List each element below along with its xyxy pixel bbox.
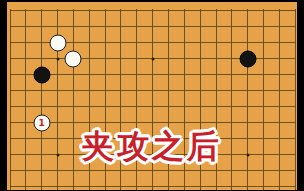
grid-line-vertical — [247, 9, 248, 191]
stone-white: 1 — [33, 114, 50, 131]
grid-line-horizontal — [10, 10, 296, 11]
letterbox-left — [0, 0, 7, 190]
letterbox-top — [0, 0, 304, 2]
grid-line-horizontal — [10, 26, 296, 27]
grid-line-horizontal — [10, 106, 296, 107]
grid-line-horizontal — [10, 74, 296, 75]
stone-black — [33, 66, 50, 83]
stone-black — [239, 50, 256, 67]
grid-line-vertical — [231, 9, 232, 191]
move-number-label: 1 — [39, 118, 45, 127]
grid-line-horizontal — [10, 186, 296, 187]
star-point — [246, 153, 249, 156]
stone-white — [49, 34, 66, 51]
grid-line-vertical — [10, 9, 11, 191]
grid-line-vertical — [73, 9, 74, 191]
grid-line-horizontal — [10, 170, 296, 171]
grid-line-vertical — [279, 9, 280, 191]
grid-line-vertical — [263, 9, 264, 191]
letterbox-right — [297, 0, 304, 190]
star-point — [56, 57, 59, 60]
grid-line-horizontal — [10, 90, 296, 91]
caption-overlay: 夹攻之后 — [82, 125, 222, 169]
grid-line-vertical — [295, 9, 296, 191]
star-point — [151, 57, 154, 60]
video-frame: 1 夹攻之后 — [0, 0, 304, 190]
star-point — [56, 153, 59, 156]
grid-line-horizontal — [10, 122, 296, 123]
grid-line-vertical — [41, 9, 42, 191]
stone-white — [65, 50, 82, 67]
grid-line-vertical — [25, 9, 26, 191]
